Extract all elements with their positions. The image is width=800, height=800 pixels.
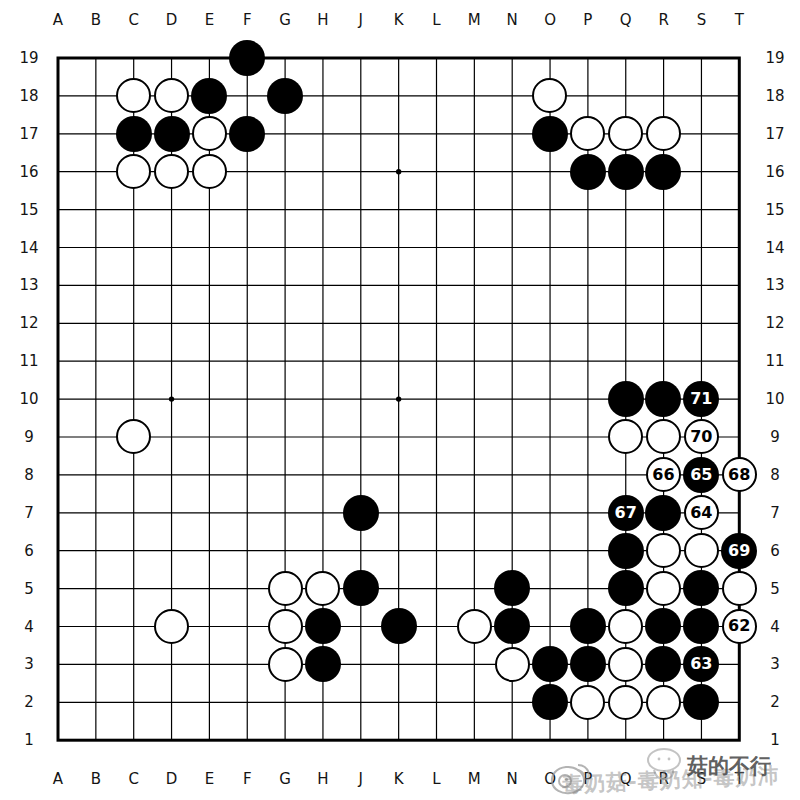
stone-black: [494, 570, 530, 606]
row-label-right: 13: [765, 278, 784, 293]
stone-black: [343, 570, 379, 606]
row-label-left: 13: [19, 278, 38, 293]
stone-white: [570, 116, 605, 151]
row-label-right: 14: [765, 240, 784, 255]
move-number: 70: [690, 429, 712, 445]
row-label-right: 8: [770, 467, 780, 482]
column-label-top: T: [735, 13, 744, 28]
stone-black: [683, 608, 719, 644]
stone-white: [570, 685, 605, 720]
row-label-right: 11: [765, 354, 784, 369]
move-number: 64: [690, 505, 712, 521]
stone-black: [267, 78, 303, 114]
row-label-right: 6: [770, 543, 780, 558]
stone-white: [154, 78, 189, 113]
move-number: 69: [728, 543, 750, 559]
column-label-top: G: [279, 13, 291, 28]
stone-black: [608, 533, 644, 569]
column-label-top: E: [205, 13, 214, 28]
row-label-left: 16: [19, 164, 38, 179]
column-label-top: B: [91, 13, 101, 28]
stone-black: [683, 684, 719, 720]
stone-white: [154, 154, 189, 189]
stone-white: [646, 533, 681, 568]
move-70-stone-white: 70: [684, 419, 719, 454]
column-label-top: O: [544, 13, 556, 28]
row-label-right: 2: [770, 695, 780, 710]
stone-white: [495, 647, 530, 682]
stone-black: [191, 78, 227, 114]
row-label-right: 4: [770, 619, 780, 634]
row-label-left: 2: [24, 695, 34, 710]
move-65-stone-black: 65: [683, 457, 719, 493]
row-label-right: 10: [765, 392, 784, 407]
stone-white: [305, 571, 340, 606]
stone-white: [268, 571, 303, 606]
stone-black: [608, 570, 644, 606]
stone-white: [154, 609, 189, 644]
move-67-stone-black: 67: [608, 495, 644, 531]
row-label-right: 19: [765, 51, 784, 66]
column-label-top: C: [128, 13, 138, 28]
column-label-top: D: [166, 13, 178, 28]
column-label-bottom: H: [317, 772, 328, 787]
column-label-bottom: G: [279, 772, 291, 787]
column-label-bottom: F: [243, 772, 252, 787]
column-label-top: M: [468, 13, 481, 28]
column-label-bottom: E: [205, 772, 214, 787]
move-number: 71: [690, 391, 712, 407]
stone-white: [116, 154, 151, 189]
stone-black: [154, 116, 190, 152]
stone-black: [116, 116, 152, 152]
stone-black: [532, 646, 568, 682]
stone-white: [608, 419, 643, 454]
column-label-top: J: [359, 13, 363, 28]
move-number: 68: [728, 467, 750, 483]
stone-black: [343, 495, 379, 531]
column-label-top: P: [583, 13, 592, 28]
stone-black: [645, 495, 681, 531]
row-label-right: 1: [770, 733, 780, 748]
row-label-right: 15: [765, 202, 784, 217]
row-label-left: 8: [24, 467, 34, 482]
column-label-top: S: [697, 13, 707, 28]
row-label-left: 19: [19, 51, 38, 66]
row-label-left: 1: [24, 733, 34, 748]
stone-white: [116, 419, 151, 454]
stone-black: [608, 381, 644, 417]
column-label-bottom: C: [128, 772, 138, 787]
move-66-stone-white: 66: [646, 457, 681, 492]
stone-white: [268, 647, 303, 682]
move-number: 65: [690, 467, 712, 483]
stone-black: [305, 608, 341, 644]
row-label-right: 5: [770, 581, 780, 596]
stone-black: [305, 646, 341, 682]
row-label-right: 12: [765, 316, 784, 331]
column-label-top: R: [658, 13, 668, 28]
column-label-top: Q: [620, 13, 632, 28]
row-label-right: 7: [770, 505, 780, 520]
stone-white: [684, 533, 719, 568]
stone-black: [645, 381, 681, 417]
stone-white: [646, 419, 681, 454]
stone-black: [645, 154, 681, 190]
row-label-left: 5: [24, 581, 34, 596]
column-label-bottom: T: [735, 772, 744, 787]
go-board-diagram: AABBCCDDEEFFGGHHJJKKLLMMNNOOPPQQRRSSTT19…: [0, 0, 800, 800]
row-label-left: 7: [24, 505, 34, 520]
move-63-stone-black: 63: [683, 646, 719, 682]
move-64-stone-white: 64: [684, 495, 719, 530]
row-label-left: 18: [19, 88, 38, 103]
row-label-left: 12: [19, 316, 38, 331]
column-label-bottom: K: [394, 772, 404, 787]
column-label-top: N: [507, 13, 518, 28]
stone-white: [646, 116, 681, 151]
stone-black: [683, 570, 719, 606]
stone-white: [532, 78, 567, 113]
move-69-stone-black: 69: [721, 533, 757, 569]
column-label-top: F: [243, 13, 252, 28]
column-label-bottom: L: [432, 772, 440, 787]
stone-white: [608, 685, 643, 720]
stone-black: [229, 40, 265, 76]
stone-black: [645, 608, 681, 644]
stone-white: [457, 609, 492, 644]
column-label-top: L: [432, 13, 440, 28]
column-label-bottom: J: [359, 772, 363, 787]
move-71-stone-black: 71: [683, 381, 719, 417]
move-62-stone-white: 62: [722, 609, 757, 644]
column-label-bottom: M: [468, 772, 481, 787]
column-label-bottom: Q: [620, 772, 632, 787]
stone-white: [646, 685, 681, 720]
stone-white: [608, 609, 643, 644]
column-label-bottom: R: [658, 772, 668, 787]
stone-black: [494, 608, 530, 644]
move-number: 63: [690, 656, 712, 672]
move-68-stone-white: 68: [722, 457, 757, 492]
stone-white: [116, 78, 151, 113]
row-label-left: 3: [24, 657, 34, 672]
row-label-left: 10: [19, 392, 38, 407]
row-label-left: 15: [19, 202, 38, 217]
column-label-bottom: O: [544, 772, 556, 787]
row-label-right: 3: [770, 657, 780, 672]
column-label-top: H: [317, 13, 328, 28]
column-label-bottom: B: [91, 772, 101, 787]
row-label-right: 17: [765, 126, 784, 141]
row-label-left: 9: [24, 430, 34, 445]
stone-black: [570, 646, 606, 682]
column-label-bottom: P: [583, 772, 592, 787]
row-label-left: 4: [24, 619, 34, 634]
stone-black: [381, 608, 417, 644]
stone-white: [608, 116, 643, 151]
stone-black: [532, 116, 568, 152]
stone-black: [645, 646, 681, 682]
stone-white: [268, 609, 303, 644]
stone-black: [532, 684, 568, 720]
column-label-bottom: N: [507, 772, 518, 787]
row-label-right: 18: [765, 88, 784, 103]
column-label-bottom: A: [53, 772, 63, 787]
stone-white: [722, 571, 757, 606]
move-number: 67: [615, 505, 637, 521]
row-label-right: 9: [770, 430, 780, 445]
stone-white: [192, 116, 227, 151]
stone-black: [229, 116, 265, 152]
stone-black: [570, 608, 606, 644]
row-label-left: 14: [19, 240, 38, 255]
move-number: 66: [652, 467, 674, 483]
stones-layer: 62636465666768697071: [39, 39, 758, 759]
column-label-bottom: D: [166, 772, 178, 787]
column-label-bottom: S: [697, 772, 707, 787]
stone-black: [570, 154, 606, 190]
row-label-right: 16: [765, 164, 784, 179]
row-label-left: 11: [19, 354, 38, 369]
stone-white: [192, 154, 227, 189]
stone-black: [608, 154, 644, 190]
stone-white: [608, 647, 643, 682]
row-label-left: 6: [24, 543, 34, 558]
column-label-top: K: [394, 13, 404, 28]
stone-white: [646, 571, 681, 606]
column-label-top: A: [53, 13, 63, 28]
row-label-left: 17: [19, 126, 38, 141]
move-number: 62: [728, 618, 750, 634]
